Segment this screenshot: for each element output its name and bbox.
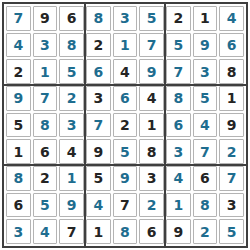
cell-r5c7[interactable]: 6	[166, 113, 191, 138]
cell-r1c3[interactable]: 6	[59, 6, 84, 31]
cell-r3c3[interactable]: 5	[59, 59, 84, 84]
cell-r5c3[interactable]: 3	[59, 113, 84, 138]
cell-r6c8[interactable]: 7	[193, 139, 218, 164]
cell-r8c1[interactable]: 6	[6, 193, 31, 218]
cell-r3c9[interactable]: 8	[219, 59, 244, 84]
cell-r2c7[interactable]: 5	[166, 33, 191, 58]
cell-r9c8[interactable]: 2	[193, 219, 218, 244]
cell-r7c5[interactable]: 9	[113, 166, 138, 191]
box-divider-horizontal-2	[4, 164, 246, 166]
cell-r4c8[interactable]: 5	[193, 86, 218, 111]
cell-r4c4[interactable]: 3	[86, 86, 111, 111]
cell-r7c3[interactable]: 1	[59, 166, 84, 191]
cell-r9c7[interactable]: 9	[166, 219, 191, 244]
cell-r8c5[interactable]: 7	[113, 193, 138, 218]
cell-r3c8[interactable]: 3	[193, 59, 218, 84]
cell-r8c4[interactable]: 4	[86, 193, 111, 218]
cell-r3c7[interactable]: 7	[166, 59, 191, 84]
cell-r5c2[interactable]: 8	[33, 113, 58, 138]
cell-r1c6[interactable]: 5	[139, 6, 164, 31]
cell-r6c9[interactable]: 2	[219, 139, 244, 164]
cell-r8c8[interactable]: 8	[193, 193, 218, 218]
cell-r5c6[interactable]: 1	[139, 113, 164, 138]
cell-r2c5[interactable]: 1	[113, 33, 138, 58]
cell-r7c9[interactable]: 7	[219, 166, 244, 191]
cell-r7c8[interactable]: 6	[193, 166, 218, 191]
cell-r2c1[interactable]: 4	[6, 33, 31, 58]
cell-r1c8[interactable]: 1	[193, 6, 218, 31]
cell-r6c2[interactable]: 6	[33, 139, 58, 164]
cell-r4c7[interactable]: 8	[166, 86, 191, 111]
cell-r4c6[interactable]: 4	[139, 86, 164, 111]
cell-r4c1[interactable]: 9	[6, 86, 31, 111]
cell-r2c3[interactable]: 8	[59, 33, 84, 58]
cell-r8c6[interactable]: 2	[139, 193, 164, 218]
cell-r3c2[interactable]: 1	[33, 59, 58, 84]
cell-r1c2[interactable]: 9	[33, 6, 58, 31]
cell-r5c9[interactable]: 9	[219, 113, 244, 138]
cell-r7c4[interactable]: 5	[86, 166, 111, 191]
cell-r3c4[interactable]: 6	[86, 59, 111, 84]
cell-r7c1[interactable]: 8	[6, 166, 31, 191]
cell-r8c2[interactable]: 5	[33, 193, 58, 218]
cell-r4c9[interactable]: 1	[219, 86, 244, 111]
box-divider-horizontal-1	[4, 84, 246, 86]
cell-r9c1[interactable]: 3	[6, 219, 31, 244]
cell-r7c6[interactable]: 3	[139, 166, 164, 191]
cell-r2c9[interactable]: 6	[219, 33, 244, 58]
cell-r9c9[interactable]: 5	[219, 219, 244, 244]
cell-r3c6[interactable]: 9	[139, 59, 164, 84]
cell-r2c2[interactable]: 3	[33, 33, 58, 58]
cell-r9c2[interactable]: 4	[33, 219, 58, 244]
cell-r1c1[interactable]: 7	[6, 6, 31, 31]
cell-r1c4[interactable]: 8	[86, 6, 111, 31]
sudoku-grid: 7968352144382175962156497389723648515837…	[4, 4, 246, 246]
cell-r7c7[interactable]: 4	[166, 166, 191, 191]
cell-r1c7[interactable]: 2	[166, 6, 191, 31]
box-divider-vertical-2	[164, 4, 166, 246]
cell-r8c3[interactable]: 9	[59, 193, 84, 218]
cell-r5c1[interactable]: 5	[6, 113, 31, 138]
cell-r9c5[interactable]: 8	[113, 219, 138, 244]
cell-r2c8[interactable]: 9	[193, 33, 218, 58]
cell-r4c3[interactable]: 2	[59, 86, 84, 111]
cell-r6c6[interactable]: 8	[139, 139, 164, 164]
cell-r2c4[interactable]: 2	[86, 33, 111, 58]
cell-r1c5[interactable]: 3	[113, 6, 138, 31]
cell-r6c4[interactable]: 9	[86, 139, 111, 164]
cell-r2c6[interactable]: 7	[139, 33, 164, 58]
cell-r5c8[interactable]: 4	[193, 113, 218, 138]
cell-r9c6[interactable]: 6	[139, 219, 164, 244]
sudoku-screen: 7968352144382175962156497389723648515837…	[0, 0, 250, 250]
cell-r4c5[interactable]: 6	[113, 86, 138, 111]
cell-r1c9[interactable]: 4	[219, 6, 244, 31]
cell-r9c4[interactable]: 1	[86, 219, 111, 244]
cell-r6c7[interactable]: 3	[166, 139, 191, 164]
cell-r6c1[interactable]: 1	[6, 139, 31, 164]
cell-r6c5[interactable]: 5	[113, 139, 138, 164]
cell-r5c4[interactable]: 7	[86, 113, 111, 138]
cell-r8c9[interactable]: 3	[219, 193, 244, 218]
cell-r8c7[interactable]: 1	[166, 193, 191, 218]
cell-r6c3[interactable]: 4	[59, 139, 84, 164]
cell-r3c5[interactable]: 4	[113, 59, 138, 84]
cell-r4c2[interactable]: 7	[33, 86, 58, 111]
cell-r3c1[interactable]: 2	[6, 59, 31, 84]
sudoku-board: 7968352144382175962156497389723648515837…	[2, 2, 248, 248]
cell-r7c2[interactable]: 2	[33, 166, 58, 191]
cell-r9c3[interactable]: 7	[59, 219, 84, 244]
cell-r5c5[interactable]: 2	[113, 113, 138, 138]
box-divider-vertical-1	[84, 4, 86, 246]
